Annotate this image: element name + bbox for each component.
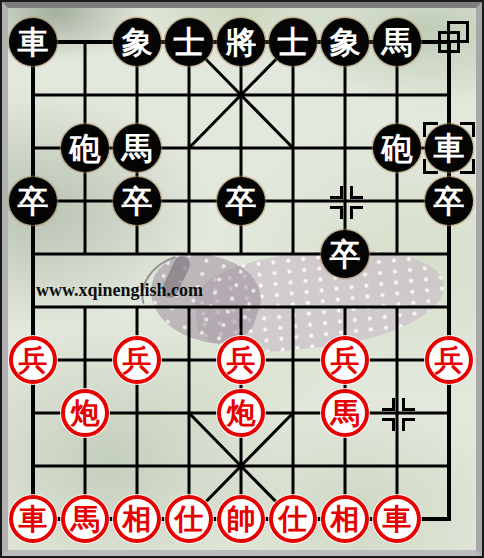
piece-black-general[interactable]: 將 <box>217 18 265 66</box>
piece-red-soldier[interactable]: 兵 <box>113 336 161 384</box>
piece-red-general[interactable]: 帥 <box>217 495 265 543</box>
piece-black-horse[interactable]: 馬 <box>113 124 161 172</box>
piece-black-cannon[interactable]: 砲 <box>61 124 109 172</box>
piece-black-cannon[interactable]: 砲 <box>373 124 421 172</box>
piece-red-soldier[interactable]: 兵 <box>321 336 369 384</box>
piece-red-chariot[interactable]: 車 <box>9 495 57 543</box>
piece-black-advisor[interactable]: 士 <box>165 18 213 66</box>
piece-red-chariot[interactable]: 車 <box>373 495 421 543</box>
piece-black-chariot[interactable]: 車 <box>9 18 57 66</box>
piece-black-horse[interactable]: 馬 <box>373 18 421 66</box>
piece-black-elephant[interactable]: 象 <box>113 18 161 66</box>
piece-red-elephant[interactable]: 相 <box>113 495 161 543</box>
piece-red-advisor[interactable]: 仕 <box>269 495 317 543</box>
piece-red-horse[interactable]: 馬 <box>61 495 109 543</box>
piece-red-horse[interactable]: 馬 <box>321 389 369 437</box>
piece-black-soldier[interactable]: 卒 <box>113 177 161 225</box>
piece-red-cannon[interactable]: 炮 <box>217 389 265 437</box>
piece-red-soldier[interactable]: 兵 <box>9 336 57 384</box>
piece-red-soldier[interactable]: 兵 <box>425 336 473 384</box>
piece-red-advisor[interactable]: 仕 <box>165 495 213 543</box>
piece-red-cannon[interactable]: 炮 <box>61 389 109 437</box>
piece-layer: 車象士將士象馬砲馬砲車卒卒卒卒卒兵兵兵兵兵炮炮馬車馬相仕帥仕相車 <box>0 0 484 558</box>
piece-black-elephant[interactable]: 象 <box>321 18 369 66</box>
piece-black-chariot[interactable]: 車 <box>425 124 473 172</box>
piece-red-elephant[interactable]: 相 <box>321 495 369 543</box>
piece-red-soldier[interactable]: 兵 <box>217 336 265 384</box>
piece-black-soldier[interactable]: 卒 <box>217 177 265 225</box>
piece-black-soldier[interactable]: 卒 <box>321 230 369 278</box>
piece-black-soldier[interactable]: 卒 <box>425 177 473 225</box>
piece-black-advisor[interactable]: 士 <box>269 18 317 66</box>
xiangqi-diagram: www.xqinenglish.com <box>0 0 484 558</box>
piece-black-soldier[interactable]: 卒 <box>9 177 57 225</box>
